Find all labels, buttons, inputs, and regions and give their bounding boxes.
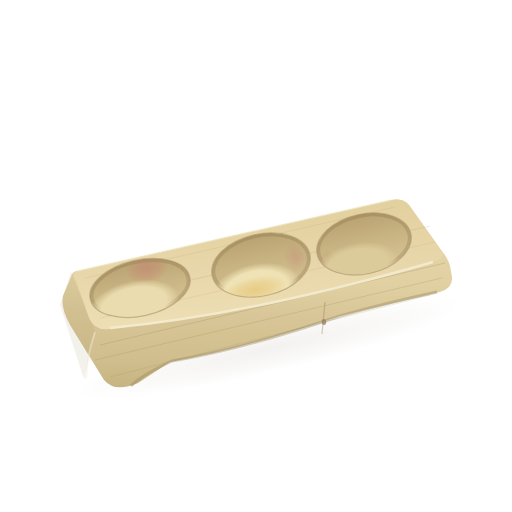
product-photo-scene [0, 0, 512, 512]
